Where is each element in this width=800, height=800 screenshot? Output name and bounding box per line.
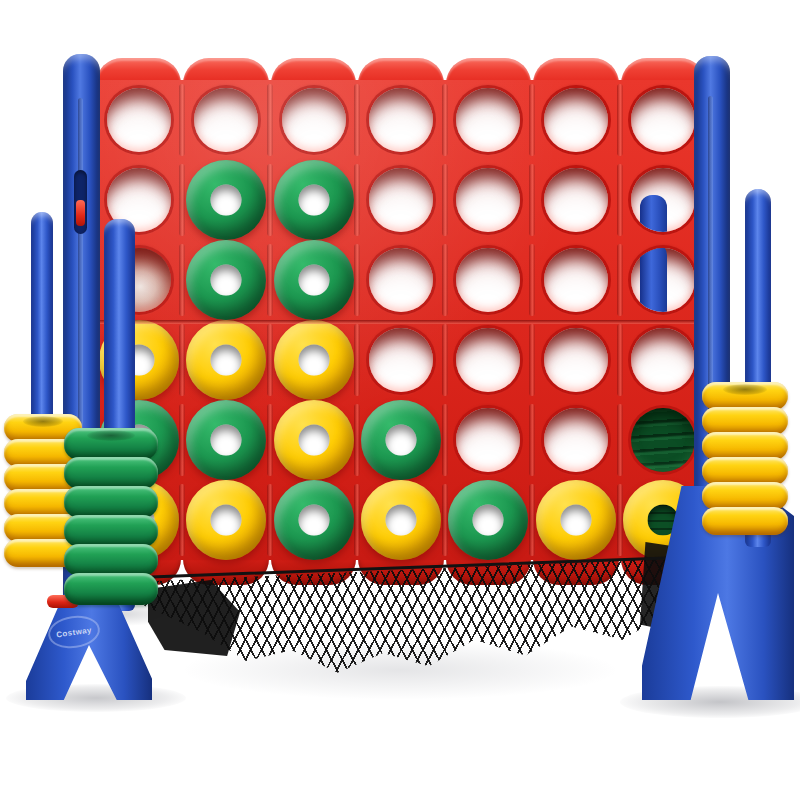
board-body bbox=[95, 80, 707, 560]
cell-r2c4[interactable] bbox=[357, 160, 444, 240]
left-a-frame-foot bbox=[26, 594, 152, 700]
hole bbox=[456, 328, 520, 392]
cell-r6c6[interactable] bbox=[532, 480, 619, 560]
yellow-ring bbox=[186, 480, 266, 560]
green-ring bbox=[186, 240, 266, 320]
cell-r1c5[interactable] bbox=[445, 80, 532, 160]
hole bbox=[544, 408, 608, 472]
yellow-ring bbox=[274, 400, 354, 480]
green-ring bbox=[448, 480, 528, 560]
left-leg-red-latch[interactable] bbox=[76, 200, 85, 226]
left-green-ring-stack[interactable] bbox=[64, 428, 158, 605]
cell-r5c3[interactable] bbox=[270, 400, 357, 480]
yellow-stored-ring bbox=[702, 457, 788, 485]
hole bbox=[544, 168, 608, 232]
cell-r5c4[interactable] bbox=[357, 400, 444, 480]
hole bbox=[369, 328, 433, 392]
green-stored-ring bbox=[64, 573, 158, 605]
cell-r1c6[interactable] bbox=[532, 80, 619, 160]
hole bbox=[369, 88, 433, 152]
cell-r4c5[interactable] bbox=[445, 320, 532, 400]
yellow-stored-ring bbox=[702, 432, 788, 460]
green-stored-ring bbox=[64, 428, 158, 460]
cell-r3c3[interactable] bbox=[270, 240, 357, 320]
cell-r2c6[interactable] bbox=[532, 160, 619, 240]
cell-r4c4[interactable] bbox=[357, 320, 444, 400]
yellow-ring bbox=[274, 320, 354, 400]
green-ring bbox=[274, 160, 354, 240]
hole bbox=[282, 88, 346, 152]
cell-r2c5[interactable] bbox=[445, 160, 532, 240]
cell-r6c4[interactable] bbox=[357, 480, 444, 560]
green-ring bbox=[186, 400, 266, 480]
hole bbox=[631, 88, 695, 152]
yellow-stored-ring bbox=[702, 407, 788, 435]
cell-r3c6[interactable] bbox=[532, 240, 619, 320]
yellow-stored-ring bbox=[702, 482, 788, 510]
cell-r6c3[interactable] bbox=[270, 480, 357, 560]
game-board bbox=[95, 58, 707, 585]
yellow-ring bbox=[186, 320, 266, 400]
green-ring bbox=[361, 400, 441, 480]
hole bbox=[369, 248, 433, 312]
green-stored-ring bbox=[64, 544, 158, 576]
yellow-ring bbox=[361, 480, 441, 560]
hole bbox=[631, 248, 695, 312]
cell-r2c2[interactable] bbox=[182, 160, 269, 240]
cell-r1c4[interactable] bbox=[357, 80, 444, 160]
cell-r2c3[interactable] bbox=[270, 160, 357, 240]
cell-r6c2[interactable] bbox=[182, 480, 269, 560]
green-ring bbox=[274, 240, 354, 320]
yellow-stored-ring bbox=[702, 507, 788, 535]
hole bbox=[456, 88, 520, 152]
cell-r1c2[interactable] bbox=[182, 80, 269, 160]
hole bbox=[456, 168, 520, 232]
cell-r4c2[interactable] bbox=[182, 320, 269, 400]
cell-r3c5[interactable] bbox=[445, 240, 532, 320]
hole bbox=[631, 408, 695, 472]
hole bbox=[631, 168, 695, 232]
hole bbox=[544, 248, 608, 312]
yellow-stored-ring bbox=[702, 382, 788, 410]
cell-r5c5[interactable] bbox=[445, 400, 532, 480]
hole bbox=[544, 328, 608, 392]
connect-four-product-photo: Costway bbox=[0, 0, 800, 800]
hole bbox=[194, 88, 258, 152]
hole bbox=[544, 88, 608, 152]
cell-r4c3[interactable] bbox=[270, 320, 357, 400]
hole bbox=[456, 248, 520, 312]
yellow-ring bbox=[536, 480, 616, 560]
cell-r1c1[interactable] bbox=[95, 80, 182, 160]
hole bbox=[369, 168, 433, 232]
board-middle-seam bbox=[95, 320, 707, 324]
cell-r4c6[interactable] bbox=[532, 320, 619, 400]
cell-r3c2[interactable] bbox=[182, 240, 269, 320]
cell-r6c5[interactable] bbox=[445, 480, 532, 560]
hole bbox=[107, 88, 171, 152]
green-ring bbox=[186, 160, 266, 240]
green-stored-ring bbox=[64, 486, 158, 518]
cell-r3c4[interactable] bbox=[357, 240, 444, 320]
green-stored-ring bbox=[64, 457, 158, 489]
hole bbox=[631, 328, 695, 392]
hole bbox=[456, 408, 520, 472]
cell-r5c2[interactable] bbox=[182, 400, 269, 480]
brand-logo-text: Costway bbox=[56, 625, 93, 639]
cell-r5c6[interactable] bbox=[532, 400, 619, 480]
cell-r1c3[interactable] bbox=[270, 80, 357, 160]
right-yellow-ring-stack[interactable] bbox=[702, 382, 788, 535]
green-ring bbox=[274, 480, 354, 560]
green-stored-ring bbox=[64, 515, 158, 547]
